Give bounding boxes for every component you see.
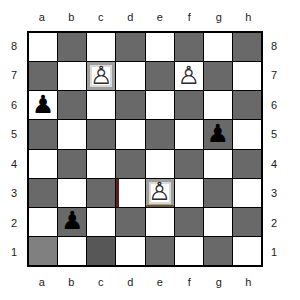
square-d2[interactable] [116,208,144,236]
square-b3[interactable] [58,179,86,207]
square-d1[interactable] [116,237,144,265]
chess-diagram: abcdefgh 87654321 ♙♙♟♟♙♟ 87654321 abcdef… [0,0,300,300]
square-c6[interactable] [87,91,115,119]
square-b8[interactable] [58,33,86,61]
square-h2[interactable] [233,208,261,236]
square-e3[interactable]: ♙ [146,179,174,207]
rank-label-left-2: 2 [5,208,23,238]
square-b1[interactable] [58,237,86,265]
rank-label-right-5: 5 [265,120,283,150]
square-c8[interactable] [87,33,115,61]
square-c5[interactable] [87,120,115,148]
square-h7[interactable] [233,62,261,90]
square-c3[interactable] [87,179,115,207]
rank-label-left-5: 5 [5,120,23,150]
square-g2[interactable] [204,208,232,236]
file-label-bottom-b: b [57,273,87,291]
square-e2[interactable] [146,208,174,236]
square-g7[interactable] [204,62,232,90]
rank-label-right-3: 3 [265,179,283,209]
square-f2[interactable] [175,208,203,236]
square-f3[interactable] [175,179,203,207]
square-d6[interactable] [116,91,144,119]
square-g8[interactable] [204,33,232,61]
file-label-bottom-a: a [27,273,57,291]
square-a3[interactable] [29,179,57,207]
square-f7[interactable]: ♙ [175,62,203,90]
square-f1[interactable] [175,237,203,265]
square-g4[interactable] [204,150,232,178]
rank-label-right-8: 8 [265,31,283,61]
square-a5[interactable] [29,120,57,148]
square-e5[interactable] [146,120,174,148]
file-label-top-g: g [204,8,234,26]
square-b4[interactable] [58,150,86,178]
file-labels-top: abcdefgh [27,8,263,26]
rank-label-left-3: 3 [5,179,23,209]
square-d3[interactable] [116,179,144,207]
rank-label-right-2: 2 [265,208,283,238]
square-g6[interactable] [204,91,232,119]
square-a6[interactable]: ♟ [29,91,57,119]
rank-label-left-7: 7 [5,61,23,91]
square-f4[interactable] [175,150,203,178]
chess-board: ♙♙♟♟♙♟ [27,31,263,267]
black-pawn-b2: ♟ [61,208,83,233]
square-d5[interactable] [116,120,144,148]
file-label-top-h: h [234,8,264,26]
square-h6[interactable] [233,91,261,119]
file-label-bottom-h: h [234,273,264,291]
square-a2[interactable] [29,208,57,236]
square-c2[interactable] [87,208,115,236]
file-label-bottom-g: g [204,273,234,291]
square-f8[interactable] [175,33,203,61]
square-g1[interactable] [204,237,232,265]
black-pawn-g5: ♟ [207,121,229,146]
rank-label-right-4: 4 [265,149,283,179]
file-label-top-f: f [175,8,205,26]
file-label-top-e: e [145,8,175,26]
square-b5[interactable] [58,120,86,148]
square-h8[interactable] [233,33,261,61]
rank-label-right-1: 1 [265,238,283,268]
square-a1[interactable] [29,237,57,265]
square-h4[interactable] [233,150,261,178]
rank-label-left-1: 1 [5,238,23,268]
square-f5[interactable] [175,120,203,148]
file-label-top-a: a [27,8,57,26]
square-a4[interactable] [29,150,57,178]
square-a7[interactable] [29,62,57,90]
file-label-bottom-e: e [145,273,175,291]
square-e8[interactable] [146,33,174,61]
white-pawn-e3: ♙ [148,179,170,204]
rank-label-right-7: 7 [265,61,283,91]
square-h5[interactable] [233,120,261,148]
square-b7[interactable] [58,62,86,90]
square-e7[interactable] [146,62,174,90]
file-label-bottom-d: d [116,273,146,291]
rank-labels-left: 87654321 [5,31,23,267]
black-pawn-a6: ♟ [32,92,54,117]
square-e6[interactable] [146,91,174,119]
square-c4[interactable] [87,150,115,178]
square-e4[interactable] [146,150,174,178]
rank-label-left-6: 6 [5,90,23,120]
square-d4[interactable] [116,150,144,178]
square-c7[interactable]: ♙ [87,62,115,90]
square-b2[interactable]: ♟ [58,208,86,236]
square-d8[interactable] [116,33,144,61]
rank-label-left-8: 8 [5,31,23,61]
square-h1[interactable] [233,237,261,265]
square-a8[interactable] [29,33,57,61]
square-h3[interactable] [233,179,261,207]
file-label-top-b: b [57,8,87,26]
square-g5[interactable]: ♟ [204,120,232,148]
rank-label-left-4: 4 [5,149,23,179]
square-f6[interactable] [175,91,203,119]
file-label-bottom-c: c [86,273,116,291]
square-e1[interactable] [146,237,174,265]
white-pawn-f7: ♙ [177,63,199,88]
square-b6[interactable] [58,91,86,119]
file-labels-bottom: abcdefgh [27,273,263,291]
white-pawn-c7: ♙ [90,63,112,88]
file-label-bottom-f: f [175,273,205,291]
file-label-top-d: d [116,8,146,26]
file-label-top-c: c [86,8,116,26]
square-c1[interactable] [87,237,115,265]
square-g3[interactable] [204,179,232,207]
square-d7[interactable] [116,62,144,90]
rank-labels-right: 87654321 [265,31,283,267]
rank-label-right-6: 6 [265,90,283,120]
